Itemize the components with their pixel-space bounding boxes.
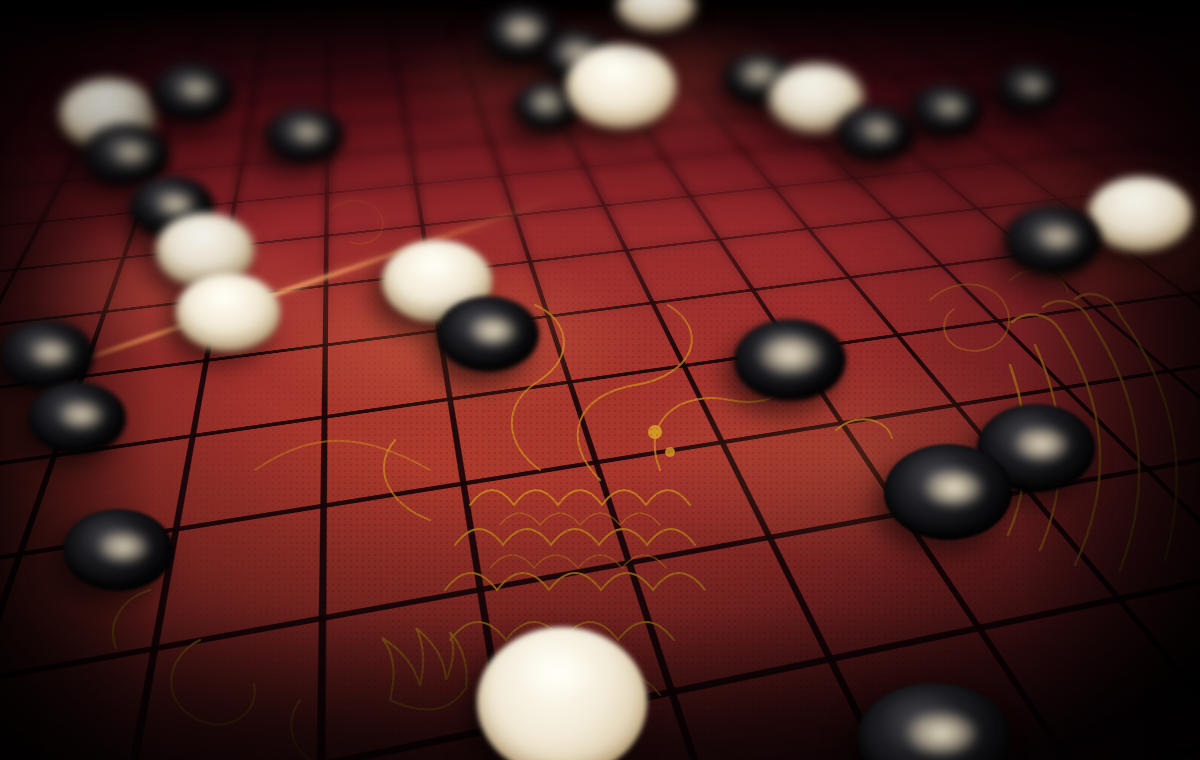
stone-highlight xyxy=(933,96,969,119)
go-stone-black[interactable]: ● xyxy=(911,84,983,136)
go-stone-black[interactable]: ● xyxy=(28,382,126,454)
go-stone-white[interactable]: ○ xyxy=(617,0,695,30)
stone-highlight xyxy=(408,250,461,281)
stones-layer: ○●●●●○○●●●●●●○○●○●●●○●○●●●●●○ xyxy=(0,0,1200,760)
stone-highlight xyxy=(57,399,106,431)
stone-highlight xyxy=(28,337,75,368)
go-stone-black[interactable]: ● xyxy=(997,64,1063,112)
stone-highlight xyxy=(110,139,153,166)
stone-highlight xyxy=(468,314,519,347)
stone-highlight xyxy=(96,529,151,565)
stone-highlight xyxy=(903,709,980,757)
go-stone-black[interactable]: ● xyxy=(63,509,173,591)
go-stone-black[interactable]: ● xyxy=(266,107,344,163)
go-stone-black[interactable]: ● xyxy=(1005,205,1101,275)
stone-highlight xyxy=(201,282,251,312)
go-stone-black[interactable]: ● xyxy=(437,296,539,372)
go-stone-white[interactable]: ○ xyxy=(176,273,280,351)
go-stone-white[interactable]: ○ xyxy=(1088,177,1192,251)
go-stone-black[interactable]: ● xyxy=(153,63,233,121)
stone-highlight xyxy=(528,89,570,117)
go-stone-black[interactable]: ● xyxy=(837,105,915,161)
stone-highlight xyxy=(180,222,227,250)
go-stone-black[interactable]: ● xyxy=(734,319,846,401)
go-stone-black[interactable]: ● xyxy=(884,444,1012,540)
stone-highlight xyxy=(1113,186,1163,214)
stone-highlight xyxy=(1034,222,1082,253)
go-stone-black[interactable]: ● xyxy=(857,683,1011,760)
stone-highlight xyxy=(1017,76,1050,97)
stone-highlight xyxy=(518,645,600,702)
go-stone-white[interactable]: ○ xyxy=(566,44,676,128)
stone-highlight xyxy=(592,54,645,86)
stone-highlight xyxy=(1012,425,1071,464)
go-photo-scene: ○●●●●○○●●●●●●○○●○●●●○●○●●●●●○ xyxy=(0,0,1200,760)
go-stone-white[interactable]: ○ xyxy=(477,627,647,760)
go-stone-black[interactable]: ● xyxy=(0,320,94,390)
stone-highlight xyxy=(756,332,825,378)
stone-highlight xyxy=(83,87,129,114)
stone-highlight xyxy=(792,72,837,98)
